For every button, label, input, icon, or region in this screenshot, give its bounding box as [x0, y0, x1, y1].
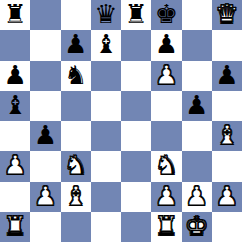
square-g8[interactable]: [182, 0, 212, 30]
square-c1[interactable]: [61, 212, 91, 242]
square-a6[interactable]: ♟: [0, 61, 30, 91]
square-e3[interactable]: [121, 151, 151, 181]
square-f3[interactable]: ♞: [151, 151, 181, 181]
square-d6[interactable]: [91, 61, 121, 91]
white-pawn[interactable]: ♟: [155, 62, 178, 88]
square-b4[interactable]: ♟: [30, 121, 60, 151]
square-f8[interactable]: ♚: [151, 0, 181, 30]
square-b2[interactable]: ♟: [30, 182, 60, 212]
black-bishop[interactable]: ♝: [3, 92, 26, 118]
square-e5[interactable]: [121, 91, 151, 121]
square-h5[interactable]: [212, 91, 242, 121]
white-pawn[interactable]: ♟: [185, 183, 208, 209]
square-f7[interactable]: ♟: [151, 30, 181, 60]
square-d2[interactable]: [91, 182, 121, 212]
square-g3[interactable]: [182, 151, 212, 181]
square-c5[interactable]: [61, 91, 91, 121]
square-e4[interactable]: [121, 121, 151, 151]
square-d1[interactable]: [91, 212, 121, 242]
square-f1[interactable]: ♜: [151, 212, 181, 242]
white-pawn[interactable]: ♟: [3, 152, 26, 178]
square-d8[interactable]: ♛: [91, 0, 121, 30]
square-e8[interactable]: ♜: [121, 0, 151, 30]
square-c8[interactable]: [61, 0, 91, 30]
square-a5[interactable]: ♝: [0, 91, 30, 121]
black-king[interactable]: ♚: [155, 1, 178, 27]
black-queen[interactable]: ♛: [94, 1, 117, 27]
black-bishop[interactable]: ♝: [94, 31, 117, 57]
square-e1[interactable]: [121, 212, 151, 242]
square-f5[interactable]: [151, 91, 181, 121]
white-pawn[interactable]: ♟: [34, 183, 57, 209]
square-h3[interactable]: [212, 151, 242, 181]
square-d7[interactable]: ♝: [91, 30, 121, 60]
white-knight[interactable]: ♞: [155, 152, 178, 178]
square-b5[interactable]: [30, 91, 60, 121]
square-g2[interactable]: ♟: [182, 182, 212, 212]
square-a8[interactable]: ♜: [0, 0, 30, 30]
square-a2[interactable]: [0, 182, 30, 212]
square-e6[interactable]: [121, 61, 151, 91]
square-a1[interactable]: ♜: [0, 212, 30, 242]
square-d3[interactable]: [91, 151, 121, 181]
square-c2[interactable]: ♝: [61, 182, 91, 212]
square-b6[interactable]: [30, 61, 60, 91]
square-c3[interactable]: ♞: [61, 151, 91, 181]
chess-board: ♜♛♜♚♛♟♝♟♟♞♟♟♝♟♟♝♟♞♞♟♝♟♟♟♜♜♚: [0, 0, 242, 242]
square-h7[interactable]: [212, 30, 242, 60]
square-h8[interactable]: ♛: [212, 0, 242, 30]
square-c6[interactable]: ♞: [61, 61, 91, 91]
square-g1[interactable]: ♚: [182, 212, 212, 242]
black-pawn[interactable]: ♟: [185, 92, 208, 118]
black-pawn[interactable]: ♟: [155, 31, 178, 57]
square-h2[interactable]: ♟: [212, 182, 242, 212]
square-h6[interactable]: ♟: [212, 61, 242, 91]
square-d5[interactable]: [91, 91, 121, 121]
square-e2[interactable]: [121, 182, 151, 212]
square-b7[interactable]: [30, 30, 60, 60]
square-f6[interactable]: ♟: [151, 61, 181, 91]
square-g6[interactable]: [182, 61, 212, 91]
black-pawn[interactable]: ♟: [64, 31, 87, 57]
square-c4[interactable]: [61, 121, 91, 151]
black-knight[interactable]: ♞: [64, 62, 87, 88]
white-pawn[interactable]: ♟: [215, 183, 238, 209]
square-f4[interactable]: [151, 121, 181, 151]
square-f2[interactable]: ♟: [151, 182, 181, 212]
square-b3[interactable]: [30, 151, 60, 181]
black-pawn[interactable]: ♟: [3, 62, 26, 88]
white-pawn[interactable]: ♟: [155, 183, 178, 209]
square-g7[interactable]: [182, 30, 212, 60]
square-a4[interactable]: [0, 121, 30, 151]
square-b8[interactable]: [30, 0, 60, 30]
white-rook[interactable]: ♜: [155, 213, 178, 239]
black-rook[interactable]: ♜: [3, 1, 26, 27]
white-king[interactable]: ♚: [185, 213, 208, 239]
square-c7[interactable]: ♟: [61, 30, 91, 60]
square-e7[interactable]: [121, 30, 151, 60]
square-b1[interactable]: [30, 212, 60, 242]
square-a3[interactable]: ♟: [0, 151, 30, 181]
square-g5[interactable]: ♟: [182, 91, 212, 121]
square-a7[interactable]: [0, 30, 30, 60]
square-d4[interactable]: [91, 121, 121, 151]
black-rook[interactable]: ♜: [124, 1, 147, 27]
black-pawn[interactable]: ♟: [34, 122, 57, 148]
white-queen[interactable]: ♛: [215, 1, 238, 27]
square-h4[interactable]: ♝: [212, 121, 242, 151]
square-g4[interactable]: [182, 121, 212, 151]
black-pawn[interactable]: ♟: [215, 62, 238, 88]
square-h1[interactable]: [212, 212, 242, 242]
white-bishop[interactable]: ♝: [215, 122, 238, 148]
white-bishop[interactable]: ♝: [64, 183, 87, 209]
white-knight[interactable]: ♞: [64, 152, 87, 178]
white-rook[interactable]: ♜: [3, 213, 26, 239]
